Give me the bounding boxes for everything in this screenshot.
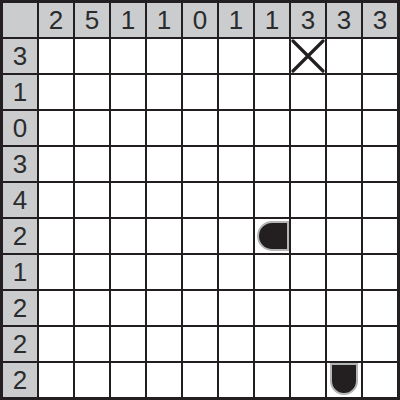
cell-r1c2[interactable] <box>75 39 109 73</box>
ship-end-bottom-icon <box>330 363 358 395</box>
row-clue-6: 2 <box>3 219 37 253</box>
cell-r6c8[interactable] <box>291 219 325 253</box>
cell-r9c10[interactable] <box>363 327 397 361</box>
cell-r3c9[interactable] <box>327 111 361 145</box>
col-clue-3: 1 <box>111 3 145 37</box>
cell-r7c6[interactable] <box>219 255 253 289</box>
cell-r7c7[interactable] <box>255 255 289 289</box>
cell-r4c7[interactable] <box>255 147 289 181</box>
cell-r3c3[interactable] <box>111 111 145 145</box>
cell-r1c10[interactable] <box>363 39 397 73</box>
cell-r6c3[interactable] <box>111 219 145 253</box>
cell-r2c2[interactable] <box>75 75 109 109</box>
cell-r10c5[interactable] <box>183 363 217 397</box>
cell-r5c6[interactable] <box>219 183 253 217</box>
cell-r5c4[interactable] <box>147 183 181 217</box>
cell-r10c8[interactable] <box>291 363 325 397</box>
corner-cell <box>3 3 37 37</box>
cell-r1c9[interactable] <box>327 39 361 73</box>
cell-r9c5[interactable] <box>183 327 217 361</box>
cell-r7c5[interactable] <box>183 255 217 289</box>
cell-r7c8[interactable] <box>291 255 325 289</box>
row-clue-8: 2 <box>3 291 37 325</box>
cell-r9c8[interactable] <box>291 327 325 361</box>
col-clue-5: 0 <box>183 3 217 37</box>
cell-r7c1[interactable] <box>39 255 73 289</box>
cell-r2c8[interactable] <box>291 75 325 109</box>
row-clue-9: 2 <box>3 327 37 361</box>
cell-r4c2[interactable] <box>75 147 109 181</box>
cell-r10c2[interactable] <box>75 363 109 397</box>
cell-r6c5[interactable] <box>183 219 217 253</box>
cell-r1c4[interactable] <box>147 39 181 73</box>
cell-r8c3[interactable] <box>111 291 145 325</box>
cell-r10c10[interactable] <box>363 363 397 397</box>
cell-r9c9[interactable] <box>327 327 361 361</box>
board: 25110113333103421222 <box>0 0 400 400</box>
water-mark-icon <box>291 39 325 73</box>
cell-r5c10[interactable] <box>363 183 397 217</box>
row-clue-7: 1 <box>3 255 37 289</box>
cell-r8c2[interactable] <box>75 291 109 325</box>
cell-r8c10[interactable] <box>363 291 397 325</box>
cell-r3c10[interactable] <box>363 111 397 145</box>
cell-r2c6[interactable] <box>219 75 253 109</box>
cell-r7c2[interactable] <box>75 255 109 289</box>
cell-r10c7[interactable] <box>255 363 289 397</box>
cell-r6c10[interactable] <box>363 219 397 253</box>
col-clue-10: 3 <box>363 3 397 37</box>
cell-r10c3[interactable] <box>111 363 145 397</box>
cell-r7c3[interactable] <box>111 255 145 289</box>
col-clue-9: 3 <box>327 3 361 37</box>
cell-r4c10[interactable] <box>363 147 397 181</box>
col-clue-2: 5 <box>75 3 109 37</box>
cell-r3c7[interactable] <box>255 111 289 145</box>
cell-r2c4[interactable] <box>147 75 181 109</box>
cell-r1c5[interactable] <box>183 39 217 73</box>
cell-r2c9[interactable] <box>327 75 361 109</box>
cell-r10c9[interactable] <box>327 363 361 397</box>
cell-r2c5[interactable] <box>183 75 217 109</box>
cell-r8c7[interactable] <box>255 291 289 325</box>
cell-r8c4[interactable] <box>147 291 181 325</box>
cell-r4c8[interactable] <box>291 147 325 181</box>
cell-r7c10[interactable] <box>363 255 397 289</box>
col-clue-6: 1 <box>219 3 253 37</box>
cell-r1c3[interactable] <box>111 39 145 73</box>
cell-r5c5[interactable] <box>183 183 217 217</box>
cell-r8c8[interactable] <box>291 291 325 325</box>
cell-r6c7[interactable] <box>255 219 289 253</box>
cell-r3c5[interactable] <box>183 111 217 145</box>
cell-r6c9[interactable] <box>327 219 361 253</box>
row-clue-3: 0 <box>3 111 37 145</box>
cell-r8c6[interactable] <box>219 291 253 325</box>
cell-r6c2[interactable] <box>75 219 109 253</box>
row-clue-4: 3 <box>3 147 37 181</box>
cell-r1c6[interactable] <box>219 39 253 73</box>
cell-r3c6[interactable] <box>219 111 253 145</box>
cell-r5c9[interactable] <box>327 183 361 217</box>
cell-r4c5[interactable] <box>183 147 217 181</box>
cell-r9c4[interactable] <box>147 327 181 361</box>
cell-r5c2[interactable] <box>75 183 109 217</box>
cell-r9c3[interactable] <box>111 327 145 361</box>
cell-r7c4[interactable] <box>147 255 181 289</box>
cell-r9c6[interactable] <box>219 327 253 361</box>
cell-r1c1[interactable] <box>39 39 73 73</box>
row-clue-5: 4 <box>3 183 37 217</box>
cell-r4c3[interactable] <box>111 147 145 181</box>
cell-r4c1[interactable] <box>39 147 73 181</box>
cell-r6c4[interactable] <box>147 219 181 253</box>
cell-r3c1[interactable] <box>39 111 73 145</box>
row-clue-2: 1 <box>3 75 37 109</box>
cell-r5c8[interactable] <box>291 183 325 217</box>
cell-r3c2[interactable] <box>75 111 109 145</box>
cell-r10c6[interactable] <box>219 363 253 397</box>
cell-r2c1[interactable] <box>39 75 73 109</box>
cell-r6c6[interactable] <box>219 219 253 253</box>
cell-r1c7[interactable] <box>255 39 289 73</box>
col-clue-4: 1 <box>147 3 181 37</box>
cell-r9c1[interactable] <box>39 327 73 361</box>
cell-r5c1[interactable] <box>39 183 73 217</box>
cell-r10c4[interactable] <box>147 363 181 397</box>
cell-r2c10[interactable] <box>363 75 397 109</box>
row-clue-1: 3 <box>3 39 37 73</box>
cell-r8c1[interactable] <box>39 291 73 325</box>
cell-r4c4[interactable] <box>147 147 181 181</box>
cell-r3c8[interactable] <box>291 111 325 145</box>
row-clue-10: 2 <box>3 363 37 397</box>
ship-end-left-icon <box>257 221 289 251</box>
cell-r3c4[interactable] <box>147 111 181 145</box>
cell-r10c1[interactable] <box>39 363 73 397</box>
cell-r4c9[interactable] <box>327 147 361 181</box>
cell-r8c9[interactable] <box>327 291 361 325</box>
cell-r4c6[interactable] <box>219 147 253 181</box>
cell-r7c9[interactable] <box>327 255 361 289</box>
cell-r9c2[interactable] <box>75 327 109 361</box>
col-clue-8: 3 <box>291 3 325 37</box>
cell-r2c3[interactable] <box>111 75 145 109</box>
cell-r8c5[interactable] <box>183 291 217 325</box>
col-clue-7: 1 <box>255 3 289 37</box>
cell-r2c7[interactable] <box>255 75 289 109</box>
cell-r9c7[interactable] <box>255 327 289 361</box>
cell-r1c8[interactable] <box>291 39 325 73</box>
cell-r5c3[interactable] <box>111 183 145 217</box>
cell-r6c1[interactable] <box>39 219 73 253</box>
col-clue-1: 2 <box>39 3 73 37</box>
cell-r5c7[interactable] <box>255 183 289 217</box>
